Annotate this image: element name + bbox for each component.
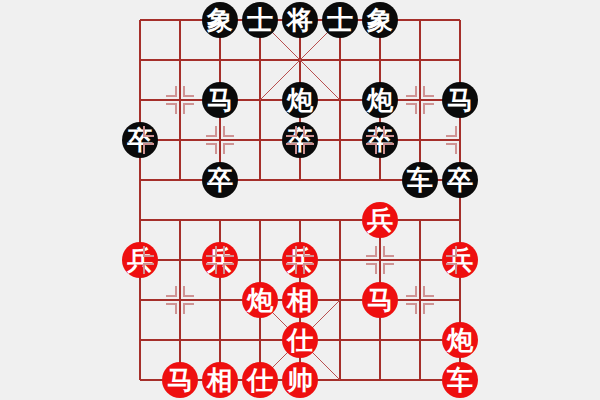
point-marker-corner <box>446 263 457 274</box>
point-marker <box>166 86 194 114</box>
point-marker <box>366 126 394 154</box>
point-marker <box>126 246 154 274</box>
point-marker <box>286 246 314 274</box>
point-marker-corner <box>406 286 417 297</box>
point-marker-corner <box>383 263 394 274</box>
xiangqi-diagram: 象士将士象马炮炮马卒卒卒卒车卒兵兵兵兵兵炮相马仕炮马相仕帅车 <box>0 0 600 400</box>
piece-red-cannon[interactable]: 炮 <box>242 282 278 318</box>
point-marker-corner <box>166 86 177 97</box>
point-marker-corner <box>223 246 234 257</box>
point-marker <box>406 86 434 114</box>
point-marker <box>406 286 434 314</box>
piece-black-elephant[interactable]: 象 <box>202 2 238 38</box>
point-marker <box>206 126 234 154</box>
point-marker-corner <box>143 126 154 137</box>
piece-red-horse[interactable]: 马 <box>162 362 198 398</box>
point-marker <box>366 246 394 274</box>
point-marker-corner <box>366 263 377 274</box>
point-marker-corner <box>446 126 457 137</box>
piece-black-horse[interactable]: 马 <box>442 82 478 118</box>
point-marker-corner <box>166 303 177 314</box>
piece-black-general[interactable]: 将 <box>282 2 318 38</box>
point-marker-corner <box>286 126 297 137</box>
piece-black-advisor[interactable]: 士 <box>242 2 278 38</box>
point-marker-corner <box>183 86 194 97</box>
point-marker-corner <box>406 103 417 114</box>
piece-black-chariot[interactable]: 车 <box>402 162 438 198</box>
point-marker-corner <box>206 263 217 274</box>
point-marker-corner <box>143 246 154 257</box>
point-marker <box>206 246 234 274</box>
point-marker-corner <box>383 126 394 137</box>
point-marker-corner <box>143 263 154 274</box>
point-marker-corner <box>183 103 194 114</box>
piece-black-cannon[interactable]: 炮 <box>282 82 318 118</box>
piece-red-soldier[interactable]: 兵 <box>362 202 398 238</box>
point-marker-corner <box>446 143 457 154</box>
point-marker-corner <box>383 246 394 257</box>
piece-black-horse[interactable]: 马 <box>202 82 238 118</box>
board-grid[interactable]: 象士将士象马炮炮马卒卒卒卒车卒兵兵兵兵兵炮相马仕炮马相仕帅车 <box>120 0 480 400</box>
piece-black-soldier[interactable]: 卒 <box>202 162 238 198</box>
point-marker-corner <box>366 126 377 137</box>
piece-red-advisor[interactable]: 仕 <box>242 362 278 398</box>
point-marker-corner <box>446 246 457 257</box>
point-marker <box>446 126 474 154</box>
point-marker <box>126 126 154 154</box>
point-marker-corner <box>223 126 234 137</box>
point-marker-corner <box>223 263 234 274</box>
point-marker-corner <box>223 143 234 154</box>
point-marker-corner <box>423 86 434 97</box>
point-marker-corner <box>303 126 314 137</box>
point-marker-corner <box>183 286 194 297</box>
piece-red-chariot[interactable]: 车 <box>442 362 478 398</box>
point-marker-corner <box>423 286 434 297</box>
point-marker-corner <box>406 303 417 314</box>
point-marker-corner <box>166 103 177 114</box>
point-marker-corner <box>206 143 217 154</box>
point-marker <box>446 246 474 274</box>
piece-black-soldier[interactable]: 卒 <box>442 162 478 198</box>
point-marker-corner <box>383 143 394 154</box>
piece-red-elephant[interactable]: 相 <box>202 362 238 398</box>
point-marker-corner <box>143 143 154 154</box>
point-marker-corner <box>303 143 314 154</box>
piece-red-cannon[interactable]: 炮 <box>442 322 478 358</box>
point-marker-corner <box>286 143 297 154</box>
point-marker-corner <box>183 303 194 314</box>
piece-red-advisor[interactable]: 仕 <box>282 322 318 358</box>
piece-black-advisor[interactable]: 士 <box>322 2 358 38</box>
point-marker <box>166 286 194 314</box>
point-marker-corner <box>206 246 217 257</box>
point-marker-corner <box>406 86 417 97</box>
point-marker-corner <box>303 246 314 257</box>
point-marker-corner <box>166 286 177 297</box>
point-marker <box>286 126 314 154</box>
piece-black-cannon[interactable]: 炮 <box>362 82 398 118</box>
point-marker-corner <box>206 126 217 137</box>
point-marker-corner <box>366 143 377 154</box>
piece-red-horse[interactable]: 马 <box>362 282 398 318</box>
piece-red-elephant[interactable]: 相 <box>282 282 318 318</box>
piece-red-general[interactable]: 帅 <box>282 362 318 398</box>
point-marker-corner <box>366 246 377 257</box>
point-marker-corner <box>286 263 297 274</box>
point-marker-corner <box>286 246 297 257</box>
piece-black-elephant[interactable]: 象 <box>362 2 398 38</box>
point-marker-corner <box>303 263 314 274</box>
point-marker-corner <box>423 103 434 114</box>
point-marker-corner <box>423 303 434 314</box>
